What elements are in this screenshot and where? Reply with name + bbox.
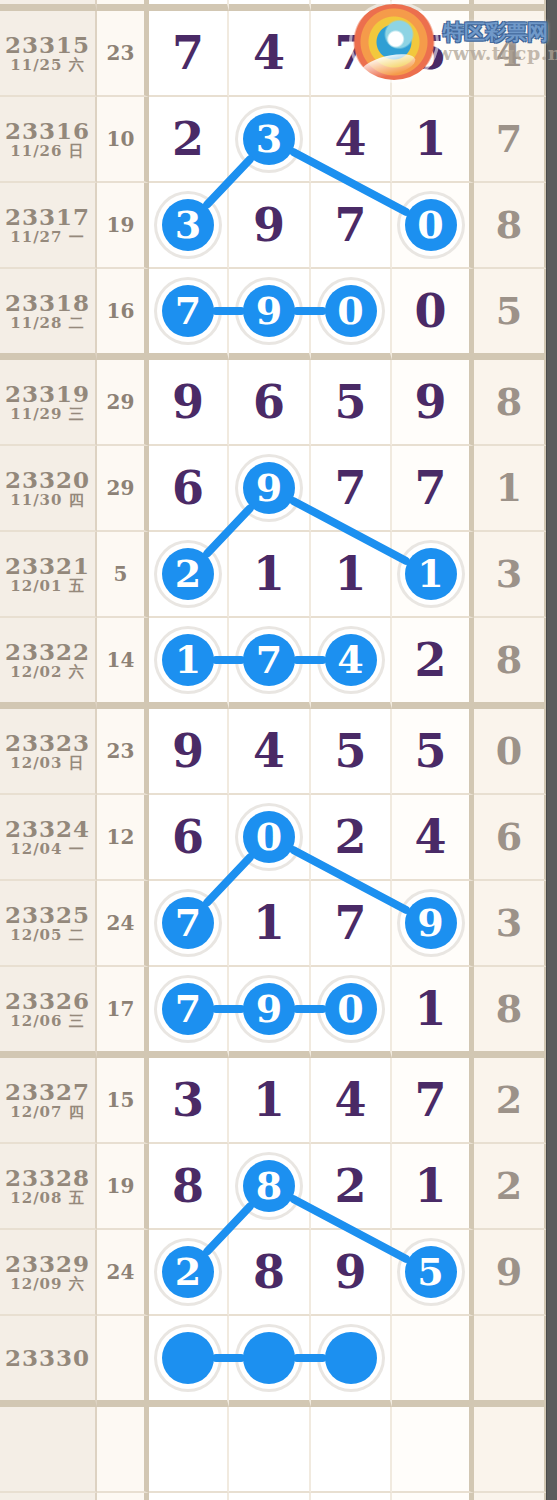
test-number-cell: 17	[97, 967, 149, 1058]
digit-cell: 2	[149, 1230, 229, 1316]
digit: 5	[334, 379, 366, 425]
digit-cell: 2	[149, 97, 229, 183]
digit-cell: 4	[311, 618, 392, 709]
digit-ball: 3	[162, 199, 214, 251]
digit: 6	[172, 465, 204, 511]
ball-digit: 2	[175, 555, 201, 593]
digit-cell: 5	[392, 1230, 474, 1316]
digit: 6	[172, 814, 204, 860]
test-number-cell	[97, 1407, 149, 1493]
issue-cell: 2332612/06 三	[0, 967, 97, 1058]
issue-cell	[0, 0, 97, 11]
issue-cell: 2332812/08 五	[0, 1144, 97, 1230]
digit-cell: 2	[149, 532, 229, 618]
digit-cell	[229, 0, 311, 11]
digit-ball: 9	[243, 983, 295, 1035]
test-number-cell: 5	[97, 532, 149, 618]
digit: 4	[253, 30, 285, 76]
extra-digit: 5	[496, 292, 522, 330]
digit-cell: 7	[149, 11, 229, 97]
draw-row: 2332212/02 六1417428	[0, 618, 547, 709]
digit-cell	[149, 1493, 229, 1500]
ball-digit: 9	[256, 469, 282, 507]
extra-digit: 8	[496, 383, 522, 421]
digit: 1	[414, 986, 446, 1032]
test-number-cell: 16	[97, 269, 149, 360]
draw-date: 11/25 六	[10, 57, 84, 74]
digit: 2	[414, 637, 446, 683]
test-number: 12	[107, 825, 135, 849]
digit-cell	[311, 1493, 392, 1500]
extra-digit-cell: 0	[474, 709, 547, 795]
issue-number: 23322	[5, 639, 90, 665]
digit-cell	[392, 1407, 474, 1493]
ball-digit: 0	[337, 292, 363, 330]
draw-row: 2331811/28 二1679005	[0, 269, 547, 360]
issue-number: 23324	[5, 816, 90, 842]
draw-row: 2332812/08 五1988212	[0, 1144, 547, 1230]
digit-cell	[149, 1407, 229, 1493]
digit-cell: 0	[229, 795, 311, 881]
digit-ball: 2	[162, 548, 214, 600]
digit-ball: 7	[243, 634, 295, 686]
digit-ball	[243, 1332, 295, 1384]
digit-cell: 0	[311, 269, 392, 360]
trend-chart-table: www.tqcp.net 特区彩票网 2331511/25 六237475423…	[0, 0, 547, 1500]
digit-ball: 7	[162, 983, 214, 1035]
digit: 8	[172, 1163, 204, 1209]
test-number: 24	[107, 1260, 135, 1284]
digit-cell	[149, 0, 229, 11]
digit-cell	[311, 1407, 392, 1493]
digit-ball: 0	[325, 285, 377, 337]
issue-number: 23323	[5, 730, 90, 756]
digit: 9	[334, 1249, 366, 1295]
draw-date: 12/05 二	[10, 927, 84, 944]
issue-cell: 23330	[0, 1316, 97, 1407]
extra-digit: 8	[496, 206, 522, 244]
test-number: 15	[107, 1088, 135, 1112]
issue-number: 23327	[5, 1079, 90, 1105]
digit: 1	[334, 551, 366, 597]
digit: 4	[334, 116, 366, 162]
digit: 1	[253, 551, 285, 597]
test-number-cell: 24	[97, 881, 149, 967]
digit: 7	[172, 30, 204, 76]
digit-cell: 7	[149, 881, 229, 967]
ball-digit: 0	[256, 818, 282, 856]
digit-cell: 1	[229, 532, 311, 618]
extra-digit: 3	[496, 555, 522, 593]
issue-cell: 2332712/07 四	[0, 1058, 97, 1144]
test-number-cell: 19	[97, 183, 149, 269]
digit-cell: 6	[149, 795, 229, 881]
digit-cell: 3	[229, 97, 311, 183]
digit-ball: 2	[162, 1246, 214, 1298]
draw-date: 12/01 五	[10, 578, 84, 595]
digit-cell: 9	[311, 1230, 392, 1316]
digit-cell: 9	[229, 446, 311, 532]
draw-date: 11/28 二	[10, 315, 84, 332]
logo-text: 特区彩票网	[443, 18, 548, 46]
issue-cell: 2332011/30 四	[0, 446, 97, 532]
ball-digit: 0	[417, 206, 443, 244]
digit-cell: 1	[392, 967, 474, 1058]
ball-digit: 7	[175, 292, 201, 330]
digit-cell: 0	[392, 269, 474, 360]
draw-row: 2332712/07 四1531472	[0, 1058, 547, 1144]
empty-row	[0, 1407, 547, 1493]
draw-date: 11/30 四	[10, 492, 84, 509]
digit: 9	[172, 379, 204, 425]
digit-cell: 2	[392, 618, 474, 709]
digit: 1	[414, 1163, 446, 1209]
digit: 9	[414, 379, 446, 425]
digit-cell: 1	[229, 881, 311, 967]
digit: 8	[253, 1249, 285, 1295]
digit-ball: 7	[162, 897, 214, 949]
issue-cell: 2331511/25 六	[0, 11, 97, 97]
ball-digit: 1	[417, 555, 443, 593]
digit: 2	[334, 1163, 366, 1209]
digit-cell	[149, 1316, 229, 1407]
ball-digit: 3	[256, 120, 282, 158]
digit-cell: 1	[392, 1144, 474, 1230]
issue-cell: 2332312/03 日	[0, 709, 97, 795]
digit-cell: 4	[229, 11, 311, 97]
digit-cell: 4	[311, 97, 392, 183]
draw-row: 2332912/09 六2428959	[0, 1230, 547, 1316]
extra-digit-cell: 5	[474, 269, 547, 360]
issue-number: 23326	[5, 988, 90, 1014]
issue-number: 23325	[5, 902, 90, 928]
issue-cell	[0, 1493, 97, 1500]
test-number: 23	[107, 41, 135, 65]
digit-cell: 7	[311, 446, 392, 532]
digit-cell	[229, 1493, 311, 1500]
ball-digit: 7	[175, 904, 201, 942]
extra-digit-cell: 8	[474, 183, 547, 269]
logo-swirl-icon	[352, 4, 436, 80]
extra-digit-cell: 7	[474, 97, 547, 183]
digit-cell: 7	[392, 1058, 474, 1144]
issue-number: 23328	[5, 1165, 90, 1191]
digit: 5	[334, 728, 366, 774]
issue-cell: 2332212/02 六	[0, 618, 97, 709]
ball-digit: 5	[417, 1253, 443, 1291]
digit-cell: 6	[149, 446, 229, 532]
digit-cell: 7	[149, 967, 229, 1058]
digit-cell: 8	[229, 1230, 311, 1316]
digit-cell: 2	[311, 1144, 392, 1230]
test-number: 19	[107, 1174, 135, 1198]
ball-digit: 9	[256, 990, 282, 1028]
test-number-cell: 23	[97, 11, 149, 97]
digit-cell: 1	[392, 97, 474, 183]
digit-cell: 1	[311, 532, 392, 618]
digit: 7	[334, 465, 366, 511]
digit-cell: 9	[392, 360, 474, 446]
issue-cell: 2331911/29 三	[0, 360, 97, 446]
extra-digit: 8	[496, 990, 522, 1028]
digit-ball: 0	[325, 983, 377, 1035]
digit-cell: 1	[392, 532, 474, 618]
test-number-cell: 14	[97, 618, 149, 709]
digit: 4	[253, 728, 285, 774]
digit-ball: 9	[405, 897, 457, 949]
digit-ball: 4	[325, 634, 377, 686]
digit-cell: 4	[229, 709, 311, 795]
digit-cell: 1	[149, 618, 229, 709]
digit-cell: 8	[149, 1144, 229, 1230]
ball-digit: 7	[175, 990, 201, 1028]
digit-cell: 4	[392, 795, 474, 881]
draw-row: 2332512/05 二2471793	[0, 881, 547, 967]
test-number-cell	[97, 0, 149, 11]
draw-row: 2331611/26 日1023417	[0, 97, 547, 183]
digit-cell: 7	[149, 269, 229, 360]
issue-number: 23319	[5, 381, 90, 407]
digit: 6	[253, 379, 285, 425]
digit-cell	[392, 1493, 474, 1500]
extra-digit-cell: 3	[474, 881, 547, 967]
digit: 2	[334, 814, 366, 860]
test-number: 14	[107, 648, 135, 672]
draw-date: 12/03 日	[10, 755, 84, 772]
digit: 7	[334, 202, 366, 248]
digit-cell: 9	[149, 709, 229, 795]
digit: 7	[414, 465, 446, 511]
digit: 4	[414, 814, 446, 860]
issue-cell: 2331711/27 一	[0, 183, 97, 269]
digit-ball: 1	[405, 548, 457, 600]
digit-cell: 7	[229, 618, 311, 709]
digit-cell: 0	[311, 967, 392, 1058]
digit: 5	[414, 728, 446, 774]
issue-number: 23318	[5, 290, 90, 316]
test-number: 29	[107, 390, 135, 414]
digit: 1	[414, 116, 446, 162]
draw-date: 12/04 一	[10, 841, 84, 858]
ball-digit: 9	[417, 904, 443, 942]
test-number: 5	[114, 562, 128, 586]
digit-cell: 5	[311, 360, 392, 446]
digit-cell: 0	[392, 183, 474, 269]
issue-cell: 2331611/26 日	[0, 97, 97, 183]
digit: 7	[414, 1077, 446, 1123]
digit: 9	[172, 728, 204, 774]
test-number: 23	[107, 739, 135, 763]
test-number-cell: 10	[97, 97, 149, 183]
extra-digit-cell	[474, 1316, 547, 1407]
digit-cell: 5	[311, 709, 392, 795]
digit-cell: 2	[311, 795, 392, 881]
extra-digit: 1	[496, 469, 522, 507]
digit-cell: 9	[229, 269, 311, 360]
digit-cell: 9	[392, 881, 474, 967]
draw-date: 11/26 日	[10, 143, 84, 160]
test-number-cell: 24	[97, 1230, 149, 1316]
draw-row: 2332312/03 日2394550	[0, 709, 547, 795]
issue-number: 23316	[5, 118, 90, 144]
draw-date: 12/09 六	[10, 1276, 84, 1293]
digit: 3	[172, 1077, 204, 1123]
digit: 9	[253, 202, 285, 248]
digit-cell	[392, 1316, 474, 1407]
extra-digit-cell: 9	[474, 1230, 547, 1316]
draw-row: 2331911/29 三2996598	[0, 360, 547, 446]
digit-ball: 0	[405, 199, 457, 251]
digit: 4	[334, 1077, 366, 1123]
digit-cell: 4	[311, 1058, 392, 1144]
issue-number: 23315	[5, 32, 90, 58]
extra-digit-cell: 6	[474, 795, 547, 881]
extra-digit-cell	[474, 1407, 547, 1493]
draw-row: 2332011/30 四2969771	[0, 446, 547, 532]
extra-digit-cell: 1	[474, 446, 547, 532]
draw-date: 12/06 三	[10, 1013, 84, 1030]
digit-ball: 0	[243, 811, 295, 863]
digit-cell: 3	[149, 1058, 229, 1144]
draw-row: 2332112/01 五521113	[0, 532, 547, 618]
digit: 1	[253, 900, 285, 946]
test-number: 29	[107, 476, 135, 500]
ball-digit: 0	[337, 990, 363, 1028]
digit-cell	[229, 1316, 311, 1407]
digit: 7	[334, 900, 366, 946]
extra-digit: 9	[496, 1253, 522, 1291]
digit-cell: 9	[229, 183, 311, 269]
test-number: 17	[107, 997, 135, 1021]
issue-cell: 2331811/28 二	[0, 269, 97, 360]
issue-number: 23320	[5, 467, 90, 493]
ball-digit: 4	[337, 641, 363, 679]
extra-digit-cell: 3	[474, 532, 547, 618]
issue-cell: 2332112/01 五	[0, 532, 97, 618]
issue-number: 23329	[5, 1251, 90, 1277]
extra-digit-cell: 8	[474, 360, 547, 446]
digit-ball: 9	[243, 285, 295, 337]
test-number: 19	[107, 213, 135, 237]
digit-cell	[311, 1316, 392, 1407]
draw-row: 2332612/06 三1779018	[0, 967, 547, 1058]
digit-cell: 5	[392, 709, 474, 795]
digit-cell: 8	[229, 1144, 311, 1230]
ball-digit: 9	[256, 292, 282, 330]
digit-ball: 9	[243, 462, 295, 514]
draw-date: 12/02 六	[10, 664, 84, 681]
test-number-cell	[97, 1316, 149, 1407]
draw-date: 12/07 四	[10, 1104, 84, 1121]
issue-cell: 2332512/05 二	[0, 881, 97, 967]
digit-cell: 7	[311, 881, 392, 967]
issue-number: 23321	[5, 553, 90, 579]
test-number: 16	[107, 299, 135, 323]
extra-digit-cell	[474, 1493, 547, 1500]
extra-digit: 2	[496, 1167, 522, 1205]
digit-ball: 8	[243, 1160, 295, 1212]
digit-ball: 5	[405, 1246, 457, 1298]
test-number-cell: 29	[97, 446, 149, 532]
digit: 2	[172, 116, 204, 162]
digit-ball	[162, 1332, 214, 1384]
ball-digit: 3	[175, 206, 201, 244]
issue-cell	[0, 1407, 97, 1493]
extra-digit: 2	[496, 1081, 522, 1119]
extra-digit: 6	[496, 818, 522, 856]
digit-cell: 9	[229, 967, 311, 1058]
digit-cell: 6	[229, 360, 311, 446]
cutoff-row-bottom	[0, 1493, 547, 1500]
digit-cell: 7	[311, 183, 392, 269]
extra-digit: 3	[496, 904, 522, 942]
ball-digit: 7	[256, 641, 282, 679]
test-number-cell: 29	[97, 360, 149, 446]
test-number-cell: 15	[97, 1058, 149, 1144]
site-logo: 特区彩票网	[348, 2, 547, 80]
test-number-cell: 19	[97, 1144, 149, 1230]
test-number-cell: 12	[97, 795, 149, 881]
issue-cell: 2332912/09 六	[0, 1230, 97, 1316]
digit: 1	[253, 1077, 285, 1123]
test-number: 24	[107, 911, 135, 935]
extra-digit-cell: 8	[474, 618, 547, 709]
test-number-cell: 23	[97, 709, 149, 795]
ball-digit: 2	[175, 1253, 201, 1291]
scrollbar[interactable]	[546, 0, 557, 1500]
extra-digit-cell: 8	[474, 967, 547, 1058]
test-number-cell	[97, 1493, 149, 1500]
draw-date: 11/27 一	[10, 229, 84, 246]
lottery-trend-page: www.tqcp.net 特区彩票网 2331511/25 六237475423…	[0, 0, 557, 1500]
extra-digit-cell: 2	[474, 1144, 547, 1230]
issue-number: 23317	[5, 204, 90, 230]
ball-digit: 8	[256, 1167, 282, 1205]
extra-digit: 0	[496, 732, 522, 770]
issue-cell: 2332412/04 一	[0, 795, 97, 881]
test-number: 10	[107, 127, 135, 151]
digit-cell: 9	[149, 360, 229, 446]
extra-digit: 8	[496, 641, 522, 679]
digit-ball: 3	[243, 113, 295, 165]
extra-digit-cell: 2	[474, 1058, 547, 1144]
extra-digit: 7	[496, 120, 522, 158]
digit-ball: 7	[162, 285, 214, 337]
digit-cell: 1	[229, 1058, 311, 1144]
digit-cell	[229, 1407, 311, 1493]
draw-row: 23330	[0, 1316, 547, 1407]
digit-cell: 3	[149, 183, 229, 269]
digit-ball: 1	[162, 634, 214, 686]
ball-digit: 1	[175, 641, 201, 679]
draw-row: 2331711/27 一1939708	[0, 183, 547, 269]
draw-row: 2332412/04 一1260246	[0, 795, 547, 881]
draw-date: 11/29 三	[10, 406, 84, 423]
digit-ball	[325, 1332, 377, 1384]
digit: 0	[414, 288, 446, 334]
issue-number: 23330	[5, 1345, 90, 1371]
digit-cell: 7	[392, 446, 474, 532]
draw-date: 12/08 五	[10, 1190, 84, 1207]
